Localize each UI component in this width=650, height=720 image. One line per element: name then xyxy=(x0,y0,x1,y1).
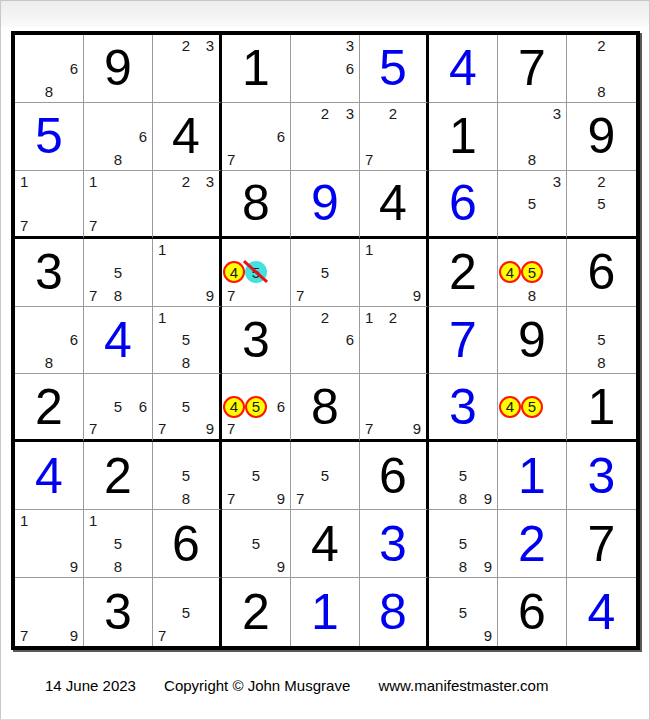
candidate-grid: 79 xyxy=(360,374,426,439)
candidate-2: 2 xyxy=(597,174,605,189)
candidate-grid: 579 xyxy=(153,374,219,439)
given-digit: 7 xyxy=(588,519,616,569)
candidate-7: 7 xyxy=(158,421,166,436)
candidate-2: 2 xyxy=(321,106,329,121)
cell-r3c9[interactable]: 25 xyxy=(567,171,636,239)
cell-r7c7[interactable]: 589 xyxy=(429,442,498,510)
candidate-1: 1 xyxy=(365,242,373,257)
candidate-grid: 25 xyxy=(567,171,636,236)
candidate-6: 6 xyxy=(139,129,147,144)
cell-r1c9[interactable]: 28 xyxy=(567,35,636,103)
candidate-1: 1 xyxy=(89,513,97,528)
candidate-1: 1 xyxy=(20,513,28,528)
candidate-grid: 45 xyxy=(498,374,566,439)
given-digit: 6 xyxy=(379,451,407,501)
given-digit: 1 xyxy=(449,111,477,161)
cell-r4c4[interactable]: 457 xyxy=(222,239,291,307)
candidate-grid: 68 xyxy=(84,103,152,170)
candidate-grid: 68 xyxy=(15,307,83,374)
cell-r7c8[interactable]: 1 xyxy=(498,442,567,510)
cell-r1c1[interactable]: 68 xyxy=(15,35,84,103)
given-digit: 9 xyxy=(588,111,616,161)
cell-r8c9[interactable]: 7 xyxy=(567,510,636,578)
candidate-grid: 67 xyxy=(222,103,290,170)
given-digit: 4 xyxy=(172,111,200,161)
candidate-5: 5 xyxy=(252,468,260,483)
given-digit: 9 xyxy=(518,315,546,365)
cell-r3c1[interactable]: 17 xyxy=(15,171,84,239)
candidate-grid: 19 xyxy=(360,239,426,306)
cell-r3c3[interactable]: 23 xyxy=(153,171,222,239)
solved-digit: 4 xyxy=(35,451,63,501)
cell-r6c1[interactable]: 2 xyxy=(15,374,84,442)
candidate-grid: 68 xyxy=(15,35,83,102)
candidate-grid: 567 xyxy=(84,374,152,439)
given-digit: 4 xyxy=(311,519,339,569)
cell-r1c5[interactable]: 36 xyxy=(291,35,360,103)
given-digit: 2 xyxy=(449,247,477,297)
candidate-grid: 35 xyxy=(498,171,566,236)
cell-r6c6[interactable]: 79 xyxy=(360,374,429,442)
cell-r5c4[interactable]: 3 xyxy=(222,307,291,375)
solved-digit: 6 xyxy=(449,178,477,228)
cell-r4c5[interactable]: 57 xyxy=(291,239,360,307)
cell-r9c1[interactable]: 79 xyxy=(15,578,84,646)
candidate-6: 6 xyxy=(70,61,78,76)
candidate-8: 8 xyxy=(114,559,122,574)
candidate-5: 5 xyxy=(114,265,122,280)
cell-r9c2[interactable]: 3 xyxy=(84,578,153,646)
candidate-grid: 458 xyxy=(498,239,566,306)
candidate-grid: 23 xyxy=(153,171,219,236)
cell-r6c3[interactable]: 579 xyxy=(153,374,222,442)
cell-r5c7[interactable]: 7 xyxy=(429,307,498,375)
candidate-7: 7 xyxy=(227,491,235,506)
solved-digit: 9 xyxy=(311,178,339,228)
candidate-grid: 23 xyxy=(291,103,359,170)
candidate-grid: 57 xyxy=(153,578,219,646)
given-digit: 1 xyxy=(242,43,270,93)
given-digit: 7 xyxy=(518,43,546,93)
candidate-8: 8 xyxy=(528,152,536,167)
candidate-6: 6 xyxy=(277,399,285,414)
cell-r8c1[interactable]: 19 xyxy=(15,510,84,578)
candidate-8: 8 xyxy=(114,288,122,303)
cell-r6c5[interactable]: 8 xyxy=(291,374,360,442)
solved-digit: 3 xyxy=(379,519,407,569)
candidate-3: 3 xyxy=(206,38,214,53)
candidate-grid: 28 xyxy=(567,35,636,102)
cell-r9c8[interactable]: 6 xyxy=(498,578,567,646)
candidate-7: 7 xyxy=(296,288,304,303)
cell-r7c3[interactable]: 58 xyxy=(153,442,222,510)
cell-r7c1[interactable]: 4 xyxy=(15,442,84,510)
candidate-7: 7 xyxy=(20,628,28,643)
cell-r5c5[interactable]: 26 xyxy=(291,307,360,375)
given-digit: 3 xyxy=(104,587,132,637)
candidate-grid: 579 xyxy=(222,442,290,509)
cell-r4c9[interactable]: 6 xyxy=(567,239,636,307)
candidate-9: 9 xyxy=(206,421,214,436)
cell-r3c8[interactable]: 35 xyxy=(498,171,567,239)
cell-r2c1[interactable]: 5 xyxy=(15,103,84,171)
given-digit: 6 xyxy=(588,247,616,297)
solved-digit: 4 xyxy=(104,315,132,365)
candidate-7: 7 xyxy=(227,152,235,167)
cell-r7c2[interactable]: 2 xyxy=(84,442,153,510)
candidate-1: 1 xyxy=(89,174,97,189)
candidate-6: 6 xyxy=(70,332,78,347)
candidate-grid: 12 xyxy=(360,307,426,374)
given-digit: 9 xyxy=(104,43,132,93)
candidate-8: 8 xyxy=(528,288,536,303)
candidate-3: 3 xyxy=(206,174,214,189)
solved-digit: 3 xyxy=(588,451,616,501)
candidate-5: 5 xyxy=(459,605,467,620)
candidate-7: 7 xyxy=(227,288,235,303)
candidate-grid: 19 xyxy=(15,510,83,577)
candidate-grid: 23 xyxy=(153,35,219,102)
cell-r5c2[interactable]: 4 xyxy=(84,307,153,375)
cell-r2c9[interactable]: 9 xyxy=(567,103,636,171)
candidate-grid: 38 xyxy=(498,103,566,170)
candidate-8: 8 xyxy=(45,355,53,370)
candidate-7: 7 xyxy=(227,421,235,436)
candidate-5: 5 xyxy=(597,196,605,211)
candidate-8: 8 xyxy=(597,355,605,370)
candidate-grid: 26 xyxy=(291,307,359,374)
candidate-5: 5 xyxy=(114,536,122,551)
candidate-grid: 4567 xyxy=(222,374,290,439)
sudoku-board: 6892313654728568467232713891717238946352… xyxy=(11,31,640,650)
candidate-8: 8 xyxy=(459,559,467,574)
cell-r9c7[interactable]: 59 xyxy=(429,578,498,646)
highlighted-candidate-5: 5 xyxy=(521,396,543,418)
candidate-grid: 589 xyxy=(429,510,497,577)
cell-r6c7[interactable]: 3 xyxy=(429,374,498,442)
candidate-8: 8 xyxy=(114,152,122,167)
candidate-grid: 59 xyxy=(222,510,290,577)
cell-r6c9[interactable]: 1 xyxy=(567,374,636,442)
cell-r1c7[interactable]: 4 xyxy=(429,35,498,103)
given-digit: 3 xyxy=(35,247,63,297)
footer-date: 14 June 2023 xyxy=(45,677,136,694)
candidate-grid: 57 xyxy=(291,239,359,306)
candidate-3: 3 xyxy=(553,174,561,189)
candidate-9: 9 xyxy=(413,421,421,436)
candidate-2: 2 xyxy=(389,106,397,121)
cell-r6c4[interactable]: 4567 xyxy=(222,374,291,442)
candidate-grid: 58 xyxy=(153,442,219,509)
candidate-7: 7 xyxy=(89,421,97,436)
cell-r1c8[interactable]: 7 xyxy=(498,35,567,103)
solved-digit: 4 xyxy=(588,587,616,637)
candidate-9: 9 xyxy=(484,491,492,506)
candidate-grid: 36 xyxy=(291,35,359,102)
candidate-5: 5 xyxy=(182,468,190,483)
candidate-9: 9 xyxy=(70,628,78,643)
cell-r2c8[interactable]: 38 xyxy=(498,103,567,171)
candidate-2: 2 xyxy=(597,38,605,53)
cell-r8c8[interactable]: 2 xyxy=(498,510,567,578)
window-top-band xyxy=(1,0,649,27)
candidate-6: 6 xyxy=(139,399,147,414)
given-digit: 2 xyxy=(35,382,63,432)
given-digit: 8 xyxy=(242,178,270,228)
candidate-8: 8 xyxy=(597,84,605,99)
candidate-7: 7 xyxy=(20,218,28,233)
cell-r2c6[interactable]: 27 xyxy=(360,103,429,171)
candidate-1: 1 xyxy=(20,174,28,189)
cell-r8c6[interactable]: 3 xyxy=(360,510,429,578)
candidate-9: 9 xyxy=(413,288,421,303)
candidate-9: 9 xyxy=(277,559,285,574)
cell-r2c2[interactable]: 68 xyxy=(84,103,153,171)
footer-copyright: Copyright © John Musgrave xyxy=(164,677,350,694)
candidate-5: 5 xyxy=(182,605,190,620)
given-digit: 8 xyxy=(311,382,339,432)
cell-r9c9[interactable]: 4 xyxy=(567,578,636,646)
given-digit: 2 xyxy=(104,451,132,501)
given-digit: 4 xyxy=(379,178,407,228)
given-digit: 6 xyxy=(518,587,546,637)
candidate-6: 6 xyxy=(277,129,285,144)
cell-r3c7[interactable]: 6 xyxy=(429,171,498,239)
candidate-2: 2 xyxy=(182,174,190,189)
candidate-3: 3 xyxy=(346,38,354,53)
candidate-grid: 58 xyxy=(567,307,636,374)
given-digit: 6 xyxy=(172,519,200,569)
candidate-5: 5 xyxy=(597,332,605,347)
candidate-grid: 79 xyxy=(15,578,83,646)
highlighted-candidate-4: 4 xyxy=(223,261,245,283)
cell-r5c6[interactable]: 12 xyxy=(360,307,429,375)
highlighted-candidate-5: 5 xyxy=(245,396,267,418)
candidate-8: 8 xyxy=(45,84,53,99)
cell-r2c7[interactable]: 1 xyxy=(429,103,498,171)
candidate-8: 8 xyxy=(182,355,190,370)
cell-r4c1[interactable]: 3 xyxy=(15,239,84,307)
eliminated-candidate-5: 5 xyxy=(245,261,267,283)
solved-digit: 2 xyxy=(518,519,546,569)
solved-digit: 7 xyxy=(449,315,477,365)
candidate-7: 7 xyxy=(296,491,304,506)
candidate-grid: 578 xyxy=(84,239,152,306)
candidate-1: 1 xyxy=(365,310,373,325)
candidate-grid: 17 xyxy=(15,171,83,236)
cell-r8c2[interactable]: 158 xyxy=(84,510,153,578)
candidate-grid: 589 xyxy=(429,442,497,509)
cell-r7c5[interactable]: 57 xyxy=(291,442,360,510)
footer-website: www.manifestmaster.com xyxy=(378,677,548,694)
footer: 14 June 2023 Copyright © John Musgrave w… xyxy=(1,674,649,698)
cell-r3c4[interactable]: 8 xyxy=(222,171,291,239)
candidate-9: 9 xyxy=(70,559,78,574)
solved-digit: 3 xyxy=(449,382,477,432)
candidate-9: 9 xyxy=(484,559,492,574)
candidate-3: 3 xyxy=(346,106,354,121)
page: 6892313654728568467232713891717238946352… xyxy=(0,0,650,720)
candidate-1: 1 xyxy=(158,310,166,325)
cell-r9c3[interactable]: 57 xyxy=(153,578,222,646)
cell-r5c3[interactable]: 158 xyxy=(153,307,222,375)
candidate-grid: 17 xyxy=(84,171,152,236)
candidate-2: 2 xyxy=(389,310,397,325)
cell-r7c9[interactable]: 3 xyxy=(567,442,636,510)
candidate-5: 5 xyxy=(528,196,536,211)
candidate-8: 8 xyxy=(182,491,190,506)
candidate-5: 5 xyxy=(321,265,329,280)
cell-r2c3[interactable]: 4 xyxy=(153,103,222,171)
cell-r9c6[interactable]: 8 xyxy=(360,578,429,646)
cell-r2c4[interactable]: 67 xyxy=(222,103,291,171)
cell-r4c2[interactable]: 578 xyxy=(84,239,153,307)
cell-r8c3[interactable]: 6 xyxy=(153,510,222,578)
candidate-7: 7 xyxy=(158,628,166,643)
solved-digit: 5 xyxy=(35,111,63,161)
candidate-7: 7 xyxy=(365,421,373,436)
cell-r3c2[interactable]: 17 xyxy=(84,171,153,239)
cell-r4c3[interactable]: 19 xyxy=(153,239,222,307)
cell-r7c6[interactable]: 6 xyxy=(360,442,429,510)
candidate-5: 5 xyxy=(459,468,467,483)
cell-r4c7[interactable]: 2 xyxy=(429,239,498,307)
candidate-grid: 27 xyxy=(360,103,426,170)
solved-digit: 8 xyxy=(379,587,407,637)
candidate-grid: 59 xyxy=(429,578,497,646)
cell-r9c5[interactable]: 1 xyxy=(291,578,360,646)
cell-r1c6[interactable]: 5 xyxy=(360,35,429,103)
given-digit: 1 xyxy=(588,382,616,432)
candidate-3: 3 xyxy=(553,106,561,121)
candidate-5: 5 xyxy=(252,536,260,551)
cell-r6c2[interactable]: 567 xyxy=(84,374,153,442)
candidate-7: 7 xyxy=(365,152,373,167)
highlighted-candidate-4: 4 xyxy=(499,261,521,283)
cell-r8c5[interactable]: 4 xyxy=(291,510,360,578)
cell-r4c8[interactable]: 458 xyxy=(498,239,567,307)
given-digit: 2 xyxy=(242,587,270,637)
given-digit: 3 xyxy=(242,315,270,365)
candidate-6: 6 xyxy=(346,332,354,347)
highlighted-candidate-4: 4 xyxy=(499,396,521,418)
cell-r5c8[interactable]: 9 xyxy=(498,307,567,375)
cell-r5c9[interactable]: 58 xyxy=(567,307,636,375)
cell-r8c7[interactable]: 589 xyxy=(429,510,498,578)
cell-r7c4[interactable]: 579 xyxy=(222,442,291,510)
cell-r1c2[interactable]: 9 xyxy=(84,35,153,103)
cell-r1c4[interactable]: 1 xyxy=(222,35,291,103)
solved-digit: 5 xyxy=(379,43,407,93)
highlighted-candidate-5: 5 xyxy=(521,261,543,283)
cell-r1c3[interactable]: 23 xyxy=(153,35,222,103)
candidate-5: 5 xyxy=(459,536,467,551)
candidate-grid: 57 xyxy=(291,442,359,509)
cell-r2c5[interactable]: 23 xyxy=(291,103,360,171)
cell-r4c6[interactable]: 19 xyxy=(360,239,429,307)
candidate-9: 9 xyxy=(277,491,285,506)
candidate-5: 5 xyxy=(321,468,329,483)
candidate-7: 7 xyxy=(89,288,97,303)
cell-r3c6[interactable]: 4 xyxy=(360,171,429,239)
solved-digit: 1 xyxy=(311,587,339,637)
candidate-5: 5 xyxy=(182,399,190,414)
candidate-grid: 158 xyxy=(84,510,152,577)
candidate-9: 9 xyxy=(484,628,492,643)
solved-digit: 4 xyxy=(449,43,477,93)
candidate-6: 6 xyxy=(346,61,354,76)
cell-r5c1[interactable]: 68 xyxy=(15,307,84,375)
solved-digit: 1 xyxy=(518,451,546,501)
candidate-5: 5 xyxy=(182,332,190,347)
candidate-9: 9 xyxy=(206,288,214,303)
candidate-grid: 457 xyxy=(222,239,290,306)
candidate-5: 5 xyxy=(114,399,122,414)
candidate-8: 8 xyxy=(459,491,467,506)
cell-r3c5[interactable]: 9 xyxy=(291,171,360,239)
candidate-2: 2 xyxy=(321,310,329,325)
highlighted-candidate-4: 4 xyxy=(223,396,245,418)
candidate-grid: 158 xyxy=(153,307,219,374)
cell-r9c4[interactable]: 2 xyxy=(222,578,291,646)
candidate-2: 2 xyxy=(182,38,190,53)
candidate-grid: 19 xyxy=(153,239,219,306)
candidate-1: 1 xyxy=(158,242,166,257)
cell-r8c4[interactable]: 59 xyxy=(222,510,291,578)
candidate-7: 7 xyxy=(89,218,97,233)
cell-r6c8[interactable]: 45 xyxy=(498,374,567,442)
